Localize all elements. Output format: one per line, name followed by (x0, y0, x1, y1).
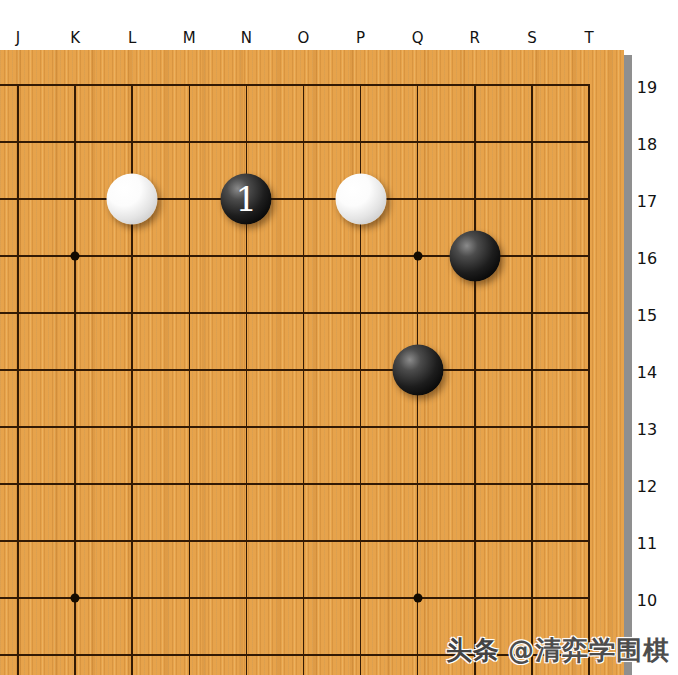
column-label-R: R (464, 29, 486, 47)
star-point-Q10 (413, 594, 422, 603)
grid-line-horizontal-15 (0, 312, 590, 314)
column-label-N: N (235, 29, 257, 47)
row-label-14: 14 (634, 363, 660, 380)
go-diagram-screenshot: JKLMNOPQRST 1 19181716151413121110 头条@清弈… (0, 0, 678, 675)
star-point-K16 (71, 252, 80, 261)
watermark-handle: @清弈学围棋 (508, 635, 670, 665)
row-label-15: 15 (634, 306, 660, 323)
grid-line-horizontal-19 (0, 84, 590, 86)
column-label-Q: Q (407, 29, 429, 47)
column-label-P: P (350, 29, 372, 47)
grid-line-vertical-S (531, 85, 533, 675)
stone-black-N17: 1 (221, 174, 272, 225)
row-label-16: 16 (634, 249, 660, 266)
move-number-label: 1 (221, 174, 272, 225)
column-label-T: T (578, 29, 600, 47)
row-label-18: 18 (634, 135, 660, 152)
column-label-K: K (64, 29, 86, 47)
row-label-13: 13 (634, 420, 660, 437)
grid-line-horizontal-11 (0, 540, 590, 542)
column-label-L: L (121, 29, 143, 47)
grid-line-horizontal-13 (0, 426, 590, 428)
board-edge-shadow (624, 55, 632, 675)
row-label-11: 11 (634, 534, 660, 551)
grid-line-vertical-T (588, 85, 590, 675)
column-label-O: O (293, 29, 315, 47)
grid-line-horizontal-10 (0, 597, 590, 599)
grid-line-horizontal-18 (0, 141, 590, 143)
watermark: 头条@清弈学围棋 (446, 633, 670, 668)
row-label-12: 12 (634, 477, 660, 494)
grid-line-horizontal-14 (0, 369, 590, 371)
row-label-19: 19 (634, 78, 660, 95)
column-label-S: S (521, 29, 543, 47)
go-board: 1 (0, 50, 624, 675)
grid-line-vertical-R (474, 85, 476, 675)
grid-line-horizontal-17 (0, 198, 590, 200)
stone-white-L17 (107, 174, 158, 225)
grid-line-horizontal-12 (0, 483, 590, 485)
grid-line-horizontal-16 (0, 255, 590, 257)
star-point-Q16 (413, 252, 422, 261)
column-label-J: J (7, 29, 29, 47)
grid-line-vertical-M (189, 85, 191, 675)
stone-white-P17 (335, 174, 386, 225)
stone-black-Q14 (392, 345, 443, 396)
grid-line-vertical-K (74, 85, 76, 675)
watermark-brand: 头条 (446, 635, 500, 665)
row-label-17: 17 (634, 192, 660, 209)
grid-line-vertical-O (303, 85, 305, 675)
column-label-M: M (178, 29, 200, 47)
row-label-10: 10 (634, 591, 660, 608)
stone-black-R16 (449, 231, 500, 282)
star-point-K10 (71, 594, 80, 603)
grid-line-vertical-J (17, 85, 19, 675)
